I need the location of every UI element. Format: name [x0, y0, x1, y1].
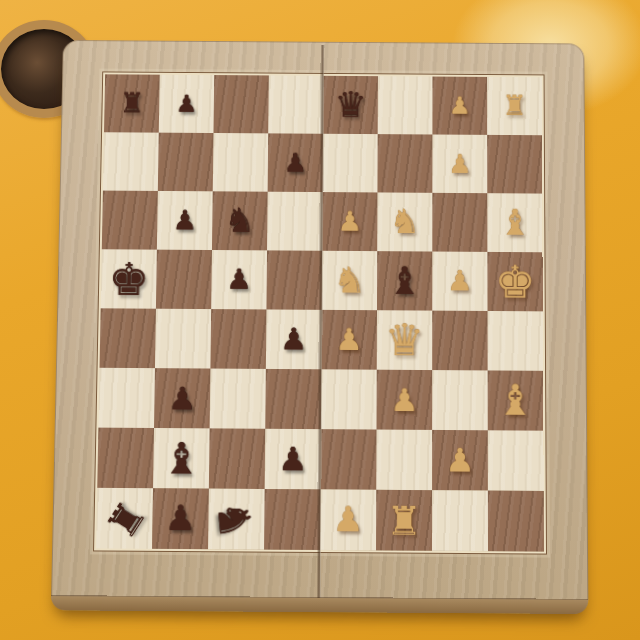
board-square[interactable]: ♟: [268, 133, 323, 192]
board-square[interactable]: ♜: [104, 74, 160, 132]
board-square[interactable]: [488, 311, 544, 371]
board-square[interactable]: [98, 368, 155, 428]
chess-board: ♜♟♛♟♜♟♟♟♞♟♞♝♚♟♞♝♟♚♟♟♛♟♟♝♝♟♟♜♟♞♟♜: [51, 40, 589, 614]
board-square[interactable]: [210, 309, 266, 369]
piece-dark-rook[interactable]: ♜: [100, 494, 153, 545]
board-grid: ♜♟♛♟♜♟♟♟♞♟♞♝♚♟♞♝♟♚♟♟♛♟♟♝♝♟♟♜♟♞♟♜: [94, 72, 546, 553]
board-square[interactable]: [210, 369, 266, 429]
board-square[interactable]: [432, 193, 487, 252]
piece-dark-knight[interactable]: ♞: [224, 204, 255, 238]
board-square[interactable]: ♟: [432, 252, 487, 311]
board-square[interactable]: [266, 250, 322, 309]
piece-dark-rook[interactable]: ♜: [119, 90, 145, 118]
board-square[interactable]: ♟: [265, 429, 321, 490]
piece-dark-pawn[interactable]: ♟: [226, 266, 252, 294]
board-square[interactable]: ♟: [154, 368, 210, 428]
board-square[interactable]: ♝: [153, 428, 210, 489]
board-square[interactable]: [432, 370, 488, 430]
piece-dark-pawn[interactable]: ♟: [278, 443, 308, 476]
piece-light-bishop[interactable]: ♝: [496, 379, 534, 421]
board-square[interactable]: [376, 430, 432, 491]
piece-light-knight[interactable]: ♞: [333, 262, 366, 298]
board-square[interactable]: ♟: [159, 75, 214, 133]
piece-light-pawn[interactable]: ♟: [448, 151, 472, 177]
board-square[interactable]: [268, 75, 323, 133]
board-square[interactable]: ♜: [487, 77, 542, 135]
piece-dark-pawn[interactable]: ♟: [280, 324, 308, 354]
board-square[interactable]: [488, 491, 544, 552]
piece-light-rook[interactable]: ♜: [386, 500, 422, 540]
board-square[interactable]: [156, 250, 212, 309]
board-square[interactable]: ♟: [152, 488, 209, 549]
board-square[interactable]: [487, 135, 542, 194]
board-square[interactable]: [321, 369, 377, 429]
piece-light-knight[interactable]: ♞: [389, 205, 420, 239]
board-square[interactable]: ♚: [487, 252, 542, 311]
piece-dark-pawn[interactable]: ♟: [165, 501, 197, 536]
piece-light-pawn[interactable]: ♟: [335, 325, 363, 355]
board-square[interactable]: ♚: [101, 249, 157, 308]
board-square[interactable]: [264, 489, 320, 550]
piece-light-pawn[interactable]: ♟: [449, 94, 471, 118]
piece-dark-bishop[interactable]: ♝: [387, 262, 422, 300]
board-square[interactable]: ♜: [376, 490, 432, 551]
piece-dark-pawn[interactable]: ♟: [175, 92, 197, 116]
board-square[interactable]: ♛: [377, 310, 433, 370]
board-square[interactable]: ♞: [208, 489, 265, 550]
piece-light-queen[interactable]: ♛: [385, 318, 425, 362]
board-square[interactable]: [209, 428, 265, 489]
piece-dark-king[interactable]: ♚: [108, 257, 149, 302]
piece-light-pawn[interactable]: ♟: [447, 267, 473, 295]
board-square[interactable]: [213, 133, 268, 192]
board-square[interactable]: [377, 134, 432, 193]
board-square[interactable]: [323, 134, 378, 193]
piece-light-pawn[interactable]: ♟: [337, 208, 362, 235]
board-square[interactable]: [102, 191, 158, 250]
board-square[interactable]: ♟: [320, 489, 376, 550]
board-square[interactable]: ♟: [157, 191, 213, 250]
board-square[interactable]: [432, 311, 487, 371]
board-square[interactable]: [432, 490, 488, 551]
piece-dark-pawn[interactable]: ♟: [168, 382, 197, 414]
board-square[interactable]: [100, 308, 156, 368]
piece-light-pawn[interactable]: ♟: [445, 444, 474, 477]
board-square[interactable]: ♝: [487, 193, 542, 252]
board-square[interactable]: ♝: [377, 251, 432, 310]
board-square[interactable]: ♟: [211, 250, 267, 309]
piece-dark-bishop[interactable]: ♝: [161, 436, 201, 480]
board-square[interactable]: ♟: [432, 77, 487, 135]
piece-light-bishop[interactable]: ♝: [498, 205, 531, 241]
board-square[interactable]: [378, 76, 433, 134]
piece-dark-pawn[interactable]: ♟: [283, 150, 307, 176]
board-square[interactable]: ♟: [322, 192, 377, 251]
piece-light-pawn[interactable]: ♟: [390, 384, 419, 416]
board-square[interactable]: [103, 132, 159, 191]
board-square[interactable]: [488, 430, 544, 491]
board-square[interactable]: [97, 428, 154, 489]
board-square[interactable]: [320, 429, 376, 490]
piece-dark-knight[interactable]: ♞: [211, 498, 258, 541]
board-square[interactable]: [158, 133, 214, 192]
piece-dark-pawn[interactable]: ♟: [172, 207, 197, 234]
piece-light-king[interactable]: ♚: [495, 259, 536, 304]
board-square[interactable]: [155, 309, 211, 369]
piece-light-pawn[interactable]: ♟: [332, 502, 364, 537]
board-square[interactable]: ♛: [323, 76, 378, 134]
board-square[interactable]: ♞: [212, 191, 268, 250]
board-square[interactable]: ♟: [432, 134, 487, 193]
board-square[interactable]: ♟: [432, 430, 488, 491]
board-square[interactable]: [265, 369, 321, 429]
board-square[interactable]: ♟: [376, 370, 432, 430]
board-square[interactable]: ♟: [321, 310, 377, 370]
board-square[interactable]: ♞: [377, 192, 432, 251]
board-square[interactable]: [267, 192, 322, 251]
piece-light-rook[interactable]: ♜: [502, 92, 527, 120]
board-square[interactable]: ♞: [322, 251, 378, 310]
piece-dark-queen[interactable]: ♛: [334, 87, 367, 122]
chess-board-photo: ♜♟♛♟♜♟♟♟♞♟♞♝♚♟♞♝♟♚♟♟♛♟♟♝♝♟♟♜♟♞♟♜: [0, 0, 640, 640]
board-square[interactable]: [213, 75, 268, 133]
board-square[interactable]: ♜: [96, 488, 153, 549]
board-square[interactable]: ♟: [266, 309, 322, 369]
board-square[interactable]: ♝: [488, 370, 544, 430]
